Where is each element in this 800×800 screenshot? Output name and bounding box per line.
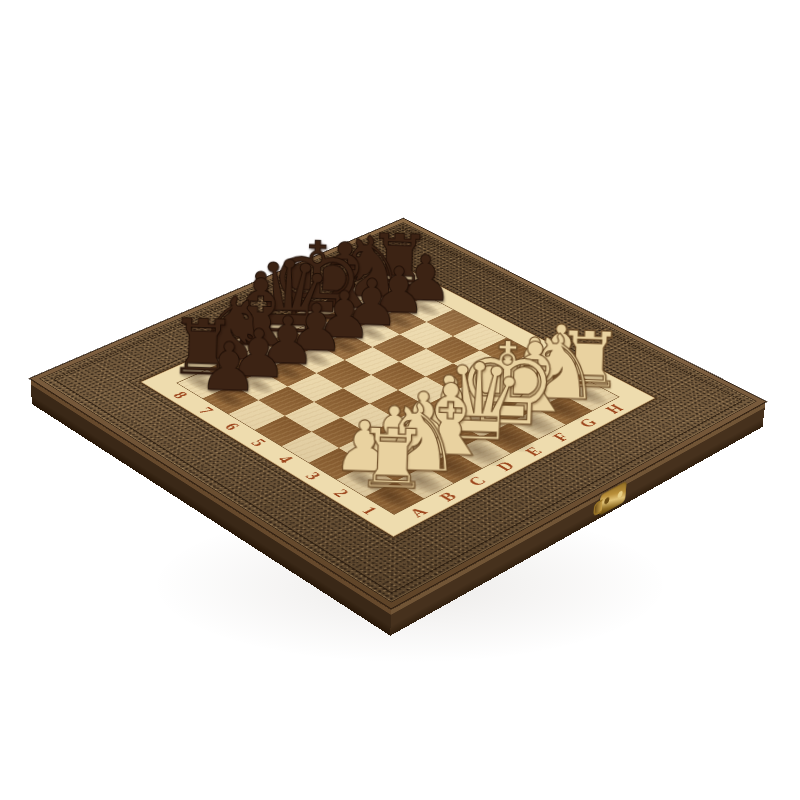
brass-latch <box>598 481 626 517</box>
camera-tilt-wrapper: ♜♞♟♝♟♚♟♛♟♝♟♞♟♟♜♟♟♜♟♟♞♟♝♟♚♟♛♟♝♟♞♜ ABCDEFG… <box>0 0 800 800</box>
white-rook-a1[interactable]: ♜ <box>309 416 474 502</box>
black-pawn-a7[interactable]: ♟ <box>160 332 295 403</box>
chess-board-box: ♜♞♟♝♟♚♟♛♟♝♟♞♟♟♜♟♟♜♟♟♞♟♝♟♚♟♛♟♝♟♞♜ ABCDEFG… <box>30 219 765 609</box>
product-photo-stage: ♜♞♟♝♟♚♟♛♟♝♟♞♟♟♜♟♟♜♟♟♞♟♝♟♚♟♛♟♝♟♞♜ ABCDEFG… <box>0 0 800 800</box>
